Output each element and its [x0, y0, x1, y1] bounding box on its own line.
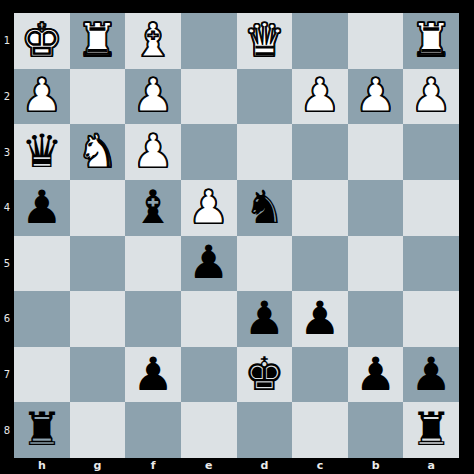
square-g1[interactable]: ♜	[70, 13, 126, 69]
square-a5[interactable]	[403, 236, 459, 292]
square-c3[interactable]	[292, 124, 348, 180]
black-knight[interactable]: ♞	[244, 184, 285, 230]
square-b2[interactable]: ♟	[348, 69, 404, 125]
square-c8[interactable]	[292, 402, 348, 458]
square-g6[interactable]	[70, 291, 126, 347]
white-king[interactable]: ♚	[21, 17, 62, 63]
square-d8[interactable]	[237, 402, 293, 458]
square-c2[interactable]: ♟	[292, 69, 348, 125]
square-c1[interactable]	[292, 13, 348, 69]
square-g2[interactable]	[70, 69, 126, 125]
square-b6[interactable]	[348, 291, 404, 347]
square-c6[interactable]: ♟	[292, 291, 348, 347]
square-e2[interactable]	[181, 69, 237, 125]
square-e7[interactable]	[181, 347, 237, 403]
square-f5[interactable]	[125, 236, 181, 292]
black-pawn[interactable]: ♟	[188, 239, 229, 285]
square-e6[interactable]	[181, 291, 237, 347]
square-c5[interactable]	[292, 236, 348, 292]
square-b3[interactable]	[348, 124, 404, 180]
file-label-a: a	[403, 458, 459, 474]
square-e1[interactable]	[181, 13, 237, 69]
square-d7[interactable]: ♚	[237, 347, 293, 403]
black-rook[interactable]: ♜	[411, 406, 452, 452]
black-king[interactable]: ♚	[244, 351, 285, 397]
square-f2[interactable]: ♟	[125, 69, 181, 125]
black-pawn[interactable]: ♟	[21, 184, 62, 230]
square-a8[interactable]: ♜	[403, 402, 459, 458]
file-labels: hgfedcba	[14, 458, 459, 474]
square-e5[interactable]: ♟	[181, 236, 237, 292]
square-h1[interactable]: ♚	[14, 13, 70, 69]
square-h6[interactable]	[14, 291, 70, 347]
square-h2[interactable]: ♟	[14, 69, 70, 125]
square-e3[interactable]	[181, 124, 237, 180]
square-b1[interactable]	[348, 13, 404, 69]
white-rook[interactable]: ♜	[411, 17, 452, 63]
square-f8[interactable]	[125, 402, 181, 458]
white-knight[interactable]: ♞	[77, 128, 118, 174]
rank-label-4: 4	[0, 180, 14, 236]
square-e8[interactable]	[181, 402, 237, 458]
black-pawn[interactable]: ♟	[411, 351, 452, 397]
square-a3[interactable]	[403, 124, 459, 180]
square-f1[interactable]: ♝	[125, 13, 181, 69]
square-e4[interactable]: ♟	[181, 180, 237, 236]
square-g5[interactable]	[70, 236, 126, 292]
square-h8[interactable]: ♜	[14, 402, 70, 458]
square-g7[interactable]	[70, 347, 126, 403]
square-a7[interactable]: ♟	[403, 347, 459, 403]
square-h3[interactable]: ♛	[14, 124, 70, 180]
square-d6[interactable]: ♟	[237, 291, 293, 347]
square-f6[interactable]	[125, 291, 181, 347]
white-pawn[interactable]: ♟	[132, 128, 173, 174]
black-rook[interactable]: ♜	[21, 406, 62, 452]
white-pawn[interactable]: ♟	[299, 72, 340, 118]
square-f3[interactable]: ♟	[125, 124, 181, 180]
rank-label-1: 1	[0, 13, 14, 69]
white-rook[interactable]: ♜	[77, 17, 118, 63]
square-a6[interactable]	[403, 291, 459, 347]
chessboard-frame: 12345678 ♚♜♝♛♜♟♟♟♟♟♛♞♟♟♝♟♞♟♟♟♟♚♟♟♜♜ hgfe…	[0, 0, 474, 474]
square-d4[interactable]: ♞	[237, 180, 293, 236]
black-bishop[interactable]: ♝	[132, 184, 173, 230]
white-pawn[interactable]: ♟	[21, 72, 62, 118]
file-label-f: f	[125, 458, 181, 474]
square-d3[interactable]	[237, 124, 293, 180]
file-label-b: b	[348, 458, 404, 474]
square-g8[interactable]	[70, 402, 126, 458]
square-b7[interactable]: ♟	[348, 347, 404, 403]
square-h5[interactable]	[14, 236, 70, 292]
chessboard: ♚♜♝♛♜♟♟♟♟♟♛♞♟♟♝♟♞♟♟♟♟♚♟♟♜♜	[14, 13, 459, 458]
square-d1[interactable]: ♛	[237, 13, 293, 69]
square-c4[interactable]	[292, 180, 348, 236]
white-bishop[interactable]: ♝	[132, 17, 173, 63]
square-d5[interactable]	[237, 236, 293, 292]
square-g4[interactable]	[70, 180, 126, 236]
black-pawn[interactable]: ♟	[299, 295, 340, 341]
file-label-e: e	[181, 458, 237, 474]
square-b5[interactable]	[348, 236, 404, 292]
white-queen[interactable]: ♛	[244, 17, 285, 63]
white-pawn[interactable]: ♟	[411, 72, 452, 118]
file-label-g: g	[70, 458, 126, 474]
black-pawn[interactable]: ♟	[244, 295, 285, 341]
rank-label-8: 8	[0, 402, 14, 458]
square-a1[interactable]: ♜	[403, 13, 459, 69]
square-h7[interactable]	[14, 347, 70, 403]
square-f7[interactable]: ♟	[125, 347, 181, 403]
rank-labels: 12345678	[0, 13, 14, 458]
file-label-c: c	[292, 458, 348, 474]
square-d2[interactable]	[237, 69, 293, 125]
rank-label-2: 2	[0, 69, 14, 125]
white-pawn[interactable]: ♟	[188, 184, 229, 230]
square-c7[interactable]	[292, 347, 348, 403]
file-label-d: d	[237, 458, 293, 474]
square-b8[interactable]	[348, 402, 404, 458]
rank-label-6: 6	[0, 291, 14, 347]
white-pawn[interactable]: ♟	[355, 72, 396, 118]
square-h4[interactable]: ♟	[14, 180, 70, 236]
rank-label-3: 3	[0, 124, 14, 180]
black-queen[interactable]: ♛	[21, 128, 62, 174]
black-pawn[interactable]: ♟	[355, 351, 396, 397]
square-a2[interactable]: ♟	[403, 69, 459, 125]
square-f4[interactable]: ♝	[125, 180, 181, 236]
white-pawn[interactable]: ♟	[132, 72, 173, 118]
square-a4[interactable]	[403, 180, 459, 236]
square-b4[interactable]	[348, 180, 404, 236]
file-label-h: h	[14, 458, 70, 474]
rank-label-7: 7	[0, 347, 14, 403]
black-pawn[interactable]: ♟	[132, 351, 173, 397]
square-g3[interactable]: ♞	[70, 124, 126, 180]
rank-label-5: 5	[0, 236, 14, 292]
